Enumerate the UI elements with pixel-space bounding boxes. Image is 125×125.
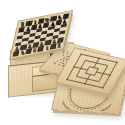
chess-piece-p: ♟ (62, 18, 68, 24)
chess-piece-N: ♞ (20, 49, 26, 55)
chess-piece-Q: ♛ (32, 47, 38, 53)
chess-piece-p: ♟ (19, 27, 25, 33)
chess-piece-p: ♟ (37, 23, 43, 29)
chess-piece-p: ♟ (43, 22, 49, 28)
chess-piece-R: ♜ (56, 42, 62, 48)
chess-piece-B: ♝ (26, 48, 32, 54)
morris-point-dots (66, 53, 118, 88)
chess-piece-B: ♝ (44, 45, 50, 51)
chess-piece-p: ♟ (50, 21, 56, 27)
chess-piece-p: ♟ (56, 19, 62, 25)
square-h7: ♟ (61, 18, 68, 24)
chess-piece-R: ♜ (13, 51, 19, 57)
chess-piece-p: ♟ (31, 24, 37, 30)
chess-piece-N: ♞ (50, 43, 56, 49)
square-h1: ♜ (55, 42, 62, 48)
chess-piece-p: ♟ (25, 25, 31, 31)
chess-piece-K: ♚ (38, 46, 44, 52)
product-photo-wooden-game-set: ♜♞♝♛♚♝♞♜♟♟♟♟♟♟♟♟♟♟♟♟♟♟♟♟♜♞♝♛♚♝♞♜ (0, 0, 125, 125)
